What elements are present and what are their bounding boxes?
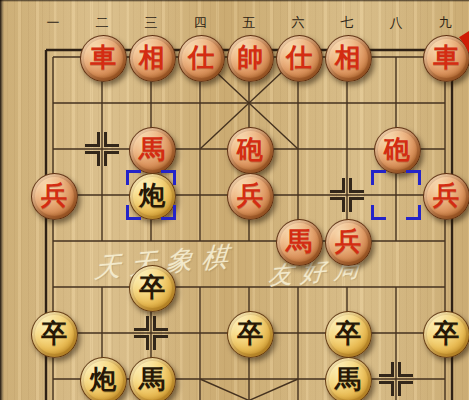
piece-character: 相 [335,45,361,71]
marking-arm [330,178,345,193]
point-marking [379,362,413,396]
window-edge-top [0,0,469,2]
piece-character: 卒 [139,275,165,301]
piece-character: 炮 [90,367,116,393]
piece-character: 馬 [139,367,165,393]
point-marking [85,132,119,166]
marking-arm [153,316,168,331]
marking-arm [161,205,176,220]
column-label: 二 [89,14,115,32]
marking-arm [161,170,176,185]
marking-arm [349,178,364,193]
column-label: 五 [236,14,262,32]
piece-character: 兵 [335,229,361,255]
piece-character: 卒 [335,321,361,347]
piece-red-chariot[interactable]: 車 [423,35,469,82]
piece-red-cannon[interactable]: 砲 [374,127,421,174]
marking-arm [349,197,364,212]
marking-arm [134,335,149,350]
piece-red-horse[interactable]: 馬 [276,219,323,266]
marking-arm [379,381,394,396]
piece-character: 帥 [237,45,263,71]
piece-red-elephant[interactable]: 相 [129,35,176,82]
piece-character: 兵 [237,183,263,209]
xiangqi-board[interactable]: 天天象棋 友好局 一二三四五六七八九車相仕帥仕相車馬砲砲兵兵兵馬兵炮卒卒卒卒卒炮… [0,0,469,400]
piece-red-elephant[interactable]: 相 [325,35,372,82]
piece-black-soldier[interactable]: 卒 [423,311,469,358]
piece-black-soldier[interactable]: 卒 [227,311,274,358]
piece-character: 馬 [335,367,361,393]
piece-character: 車 [433,45,459,71]
column-label: 八 [383,14,409,32]
marking-arm [371,170,386,185]
marking-arm [330,197,345,212]
piece-red-advisor[interactable]: 仕 [276,35,323,82]
piece-black-horse[interactable]: 馬 [129,357,176,400]
marking-arm [406,205,421,220]
marking-arm [371,205,386,220]
piece-red-soldier[interactable]: 兵 [325,219,372,266]
marking-arm [153,335,168,350]
piece-red-chariot[interactable]: 車 [80,35,127,82]
piece-character: 馬 [286,229,312,255]
marking-arm [134,316,149,331]
last-move-bracket [126,170,176,220]
marking-arm [398,381,413,396]
piece-black-soldier[interactable]: 卒 [325,311,372,358]
piece-character: 馬 [139,137,165,163]
piece-red-cannon[interactable]: 砲 [227,127,274,174]
xiangqi-app-screen: 天天象棋 友好局 一二三四五六七八九車相仕帥仕相車馬砲砲兵兵兵馬兵炮卒卒卒卒卒炮… [0,0,469,400]
piece-character: 卒 [433,321,459,347]
window-edge-left [0,0,4,400]
piece-character: 車 [90,45,116,71]
column-label: 三 [138,14,164,32]
marking-arm [104,151,119,166]
point-marking [330,178,364,212]
marking-arm [104,132,119,147]
piece-character: 卒 [237,321,263,347]
marking-arm [379,362,394,377]
piece-character: 仕 [286,45,312,71]
column-label: 九 [432,14,458,32]
marking-arm [406,170,421,185]
column-label: 一 [40,14,66,32]
piece-character: 卒 [41,321,67,347]
piece-character: 相 [139,45,165,71]
marking-arm [126,205,141,220]
column-label: 六 [285,14,311,32]
marking-arm [398,362,413,377]
piece-character: 兵 [433,183,459,209]
piece-red-horse[interactable]: 馬 [129,127,176,174]
piece-character: 砲 [237,137,263,163]
column-label: 七 [334,14,360,32]
point-marking [134,316,168,350]
piece-character: 仕 [188,45,214,71]
piece-black-soldier[interactable]: 卒 [129,265,176,312]
piece-character: 兵 [41,183,67,209]
piece-black-soldier[interactable]: 卒 [31,311,78,358]
piece-red-general[interactable]: 帥 [227,35,274,82]
marking-arm [85,151,100,166]
piece-red-soldier[interactable]: 兵 [31,173,78,220]
piece-black-horse[interactable]: 馬 [325,357,372,400]
last-move-bracket [371,170,421,220]
marking-arm [126,170,141,185]
marking-arm [85,132,100,147]
piece-red-advisor[interactable]: 仕 [178,35,225,82]
piece-red-soldier[interactable]: 兵 [227,173,274,220]
piece-character: 砲 [384,137,410,163]
piece-red-soldier[interactable]: 兵 [423,173,469,220]
column-label: 四 [187,14,213,32]
piece-black-cannon[interactable]: 炮 [80,357,127,400]
